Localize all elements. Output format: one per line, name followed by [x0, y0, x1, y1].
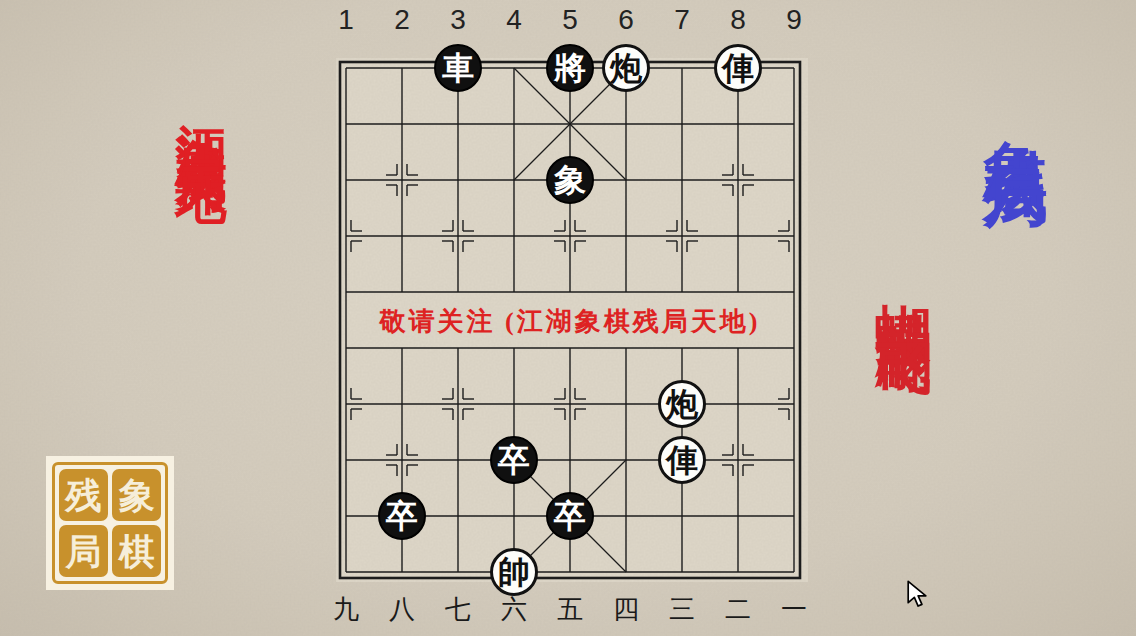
bottom-file-label: 四 [598, 592, 654, 627]
seal-stamp: 残 象 局 棋 [46, 456, 174, 590]
top-file-label: 1 [318, 4, 374, 36]
top-file-label: 5 [542, 4, 598, 36]
bottom-file-label: 二 [710, 592, 766, 627]
top-file-label: 7 [654, 4, 710, 36]
piece-車-c3r1[interactable]: 車 [434, 44, 482, 92]
board-point-c5r9: 卒 [542, 488, 598, 544]
bottom-file-label: 五 [542, 592, 598, 627]
board-point-c7r7: 炮 [654, 376, 710, 432]
bottom-file-label: 八 [374, 592, 430, 627]
board-point-c8r1: 俥 [710, 40, 766, 96]
river-text: 敬请关注 (江湖象棋残局天地) [330, 304, 810, 339]
piece-俥-c7r8[interactable]: 俥 [658, 436, 706, 484]
board-point-c3r1: 車 [430, 40, 486, 96]
top-file-label: 8 [710, 4, 766, 36]
right-title-red: 蝴蝶翩翩飞 [876, 258, 932, 308]
piece-炮-c7r7[interactable]: 炮 [658, 380, 706, 428]
bottom-file-labels: 九八七六五四三二一 [318, 592, 822, 624]
board-point-c4r8: 卒 [486, 432, 542, 488]
piece-卒-c5r9[interactable]: 卒 [546, 492, 594, 540]
page-background: 123456789 車將炮俥象炮卒俥卒卒帥 敬请关注 (江湖象棋残局天地) 九八… [0, 0, 1136, 636]
board-point-c2r9: 卒 [374, 488, 430, 544]
top-file-label: 9 [766, 4, 822, 36]
piece-俥-c8r1[interactable]: 俥 [714, 44, 762, 92]
top-file-label: 2 [374, 4, 430, 36]
piece-卒-c4r8[interactable]: 卒 [490, 436, 538, 484]
right-title-blue: 象棋残局 [984, 88, 1048, 128]
top-file-label: 6 [598, 4, 654, 36]
piece-卒-c2r9[interactable]: 卒 [378, 492, 426, 540]
seal-char-tr: 象 [112, 469, 161, 521]
bottom-file-label: 六 [486, 592, 542, 627]
top-file-label: 3 [430, 4, 486, 36]
bottom-file-label: 三 [654, 592, 710, 627]
board-point-c6r1: 炮 [598, 40, 654, 96]
seal-char-tl: 残 [59, 469, 108, 521]
mouse-cursor [906, 580, 930, 608]
board-point-c7r8: 俥 [654, 432, 710, 488]
top-file-labels: 123456789 [318, 4, 822, 36]
seal-char-br: 棋 [112, 525, 161, 577]
piece-帥-c4r10[interactable]: 帥 [490, 548, 538, 596]
seal-frame: 残 象 局 棋 [52, 462, 168, 584]
piece-將-c5r1[interactable]: 將 [546, 44, 594, 92]
bottom-file-label: 七 [430, 592, 486, 627]
bottom-file-label: 九 [318, 592, 374, 627]
left-title: 江湖象棋残局天地 [176, 84, 227, 140]
bottom-file-label: 一 [766, 592, 822, 627]
seal-char-bl: 局 [59, 525, 108, 577]
board-point-c5r3: 象 [542, 152, 598, 208]
board-point-c5r1: 將 [542, 40, 598, 96]
piece-象-c5r3[interactable]: 象 [546, 156, 594, 204]
piece-炮-c6r1[interactable]: 炮 [602, 44, 650, 92]
top-file-label: 4 [486, 4, 542, 36]
